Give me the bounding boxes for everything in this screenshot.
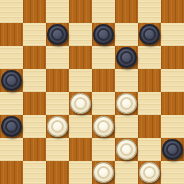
square-a6 <box>0 46 23 69</box>
square-b8[interactable] <box>23 0 46 23</box>
square-h6[interactable] <box>161 46 184 69</box>
square-a7[interactable] <box>0 23 23 46</box>
black-man-piece[interactable] <box>1 70 22 91</box>
black-man-piece[interactable] <box>1 116 22 137</box>
white-man-piece[interactable] <box>93 162 114 183</box>
square-c6 <box>46 46 69 69</box>
square-d8[interactable] <box>69 0 92 23</box>
square-a8 <box>0 0 23 23</box>
square-g5[interactable] <box>138 69 161 92</box>
white-man-piece[interactable] <box>93 116 114 137</box>
square-g2 <box>138 138 161 161</box>
square-e4 <box>92 92 115 115</box>
square-b5 <box>23 69 46 92</box>
square-c7[interactable] <box>46 23 69 46</box>
square-d2[interactable] <box>69 138 92 161</box>
square-d4[interactable] <box>69 92 92 115</box>
square-g4 <box>138 92 161 115</box>
square-h5 <box>161 69 184 92</box>
square-a1[interactable] <box>0 161 23 184</box>
square-b6[interactable] <box>23 46 46 69</box>
square-f5 <box>115 69 138 92</box>
square-f7 <box>115 23 138 46</box>
square-c2 <box>46 138 69 161</box>
square-g7[interactable] <box>138 23 161 46</box>
square-c3[interactable] <box>46 115 69 138</box>
square-g1[interactable] <box>138 161 161 184</box>
square-a3[interactable] <box>0 115 23 138</box>
square-d6[interactable] <box>69 46 92 69</box>
black-man-piece[interactable] <box>162 139 183 160</box>
square-f3 <box>115 115 138 138</box>
square-g3[interactable] <box>138 115 161 138</box>
square-h8[interactable] <box>161 0 184 23</box>
square-c1[interactable] <box>46 161 69 184</box>
square-h7 <box>161 23 184 46</box>
white-man-piece[interactable] <box>70 93 91 114</box>
white-man-piece[interactable] <box>116 139 137 160</box>
square-e2 <box>92 138 115 161</box>
square-c4 <box>46 92 69 115</box>
square-e7[interactable] <box>92 23 115 46</box>
square-b1 <box>23 161 46 184</box>
square-b7 <box>23 23 46 46</box>
square-e3[interactable] <box>92 115 115 138</box>
square-c8 <box>46 0 69 23</box>
black-man-piece[interactable] <box>139 24 160 45</box>
square-h1 <box>161 161 184 184</box>
white-man-piece[interactable] <box>139 162 160 183</box>
white-man-piece[interactable] <box>47 116 68 137</box>
square-h3 <box>161 115 184 138</box>
square-d3 <box>69 115 92 138</box>
square-e5[interactable] <box>92 69 115 92</box>
square-f4[interactable] <box>115 92 138 115</box>
square-b2[interactable] <box>23 138 46 161</box>
black-man-piece[interactable] <box>47 24 68 45</box>
square-d5 <box>69 69 92 92</box>
square-d7 <box>69 23 92 46</box>
white-man-piece[interactable] <box>116 93 137 114</box>
square-h4[interactable] <box>161 92 184 115</box>
square-h2[interactable] <box>161 138 184 161</box>
square-f2[interactable] <box>115 138 138 161</box>
square-e6 <box>92 46 115 69</box>
square-e1[interactable] <box>92 161 115 184</box>
square-b3 <box>23 115 46 138</box>
square-g6 <box>138 46 161 69</box>
square-g8 <box>138 0 161 23</box>
square-f8[interactable] <box>115 0 138 23</box>
square-e8 <box>92 0 115 23</box>
square-c5[interactable] <box>46 69 69 92</box>
square-b4[interactable] <box>23 92 46 115</box>
black-man-piece[interactable] <box>93 24 114 45</box>
black-man-piece[interactable] <box>116 47 137 68</box>
square-f6[interactable] <box>115 46 138 69</box>
square-a2 <box>0 138 23 161</box>
square-a4 <box>0 92 23 115</box>
square-f1 <box>115 161 138 184</box>
square-a5[interactable] <box>0 69 23 92</box>
square-d1 <box>69 161 92 184</box>
checkers-board <box>0 0 184 184</box>
